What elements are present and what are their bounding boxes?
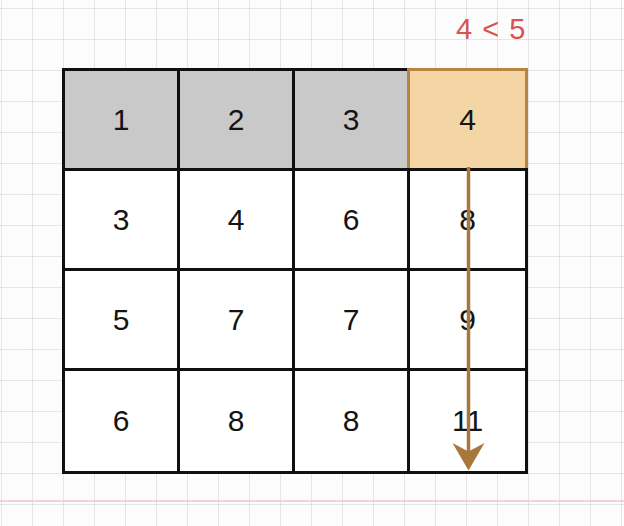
cell-r1c3: 8 <box>410 171 525 271</box>
cell-r0c2: 3 <box>295 71 410 171</box>
matrix-grid: 1 2 3 4 3 4 6 8 5 7 7 9 6 8 8 11 <box>62 68 528 474</box>
cell-r0c0: 1 <box>65 71 180 171</box>
cell-r0c3-highlighted: 4 <box>410 71 525 171</box>
cell-r0c1: 2 <box>180 71 295 171</box>
cell-r1c1: 4 <box>180 171 295 271</box>
cell-r3c1: 8 <box>180 371 295 471</box>
cell-r2c0: 5 <box>65 271 180 371</box>
whiteboard-canvas: 4 < 5 1 2 3 4 3 4 6 8 5 7 7 9 6 8 8 11 <box>0 0 624 526</box>
notebook-rule-line <box>0 500 624 502</box>
cell-r1c0: 3 <box>65 171 180 271</box>
cell-r2c3: 9 <box>410 271 525 371</box>
cell-r3c0: 6 <box>65 371 180 471</box>
comparison-annotation: 4 < 5 <box>456 13 526 46</box>
cell-r1c2: 6 <box>295 171 410 271</box>
cell-r2c2: 7 <box>295 271 410 371</box>
cell-r2c1: 7 <box>180 271 295 371</box>
cell-r3c3: 11 <box>410 371 525 471</box>
cell-r3c2: 8 <box>295 371 410 471</box>
